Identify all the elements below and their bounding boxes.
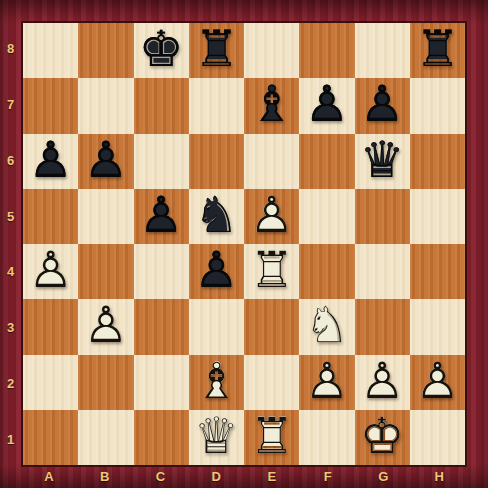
square-g3[interactable] — [355, 299, 410, 354]
square-g2[interactable]: ♟♙ — [355, 355, 410, 410]
rank-label-1: 1 — [0, 411, 21, 467]
square-f8[interactable] — [299, 23, 354, 78]
black-rook-outline: ♖ — [189, 23, 244, 78]
square-c8[interactable]: ♚♔ — [134, 23, 189, 78]
square-a2[interactable] — [23, 355, 78, 410]
black-pawn-outline: ♙ — [134, 189, 189, 244]
square-a7[interactable] — [23, 78, 78, 133]
square-f7[interactable]: ♟♙ — [299, 78, 354, 133]
square-d6[interactable] — [189, 134, 244, 189]
square-d2[interactable]: ♝♗ — [189, 355, 244, 410]
file-label-h: H — [411, 464, 467, 488]
square-d1[interactable]: ♛♕ — [189, 410, 244, 465]
file-label-b: B — [77, 464, 133, 488]
square-b4[interactable] — [78, 244, 133, 299]
file-label-f: F — [300, 464, 356, 488]
black-pawn-outline: ♙ — [299, 78, 354, 133]
white-pawn-outline: ♙ — [299, 355, 354, 410]
rank-label-6: 6 — [0, 133, 21, 189]
piece-white-queen[interactable]: ♛♕ — [189, 410, 244, 465]
piece-white-knight[interactable]: ♞♘ — [299, 299, 354, 354]
square-d8[interactable]: ♜♖ — [189, 23, 244, 78]
piece-white-rook[interactable]: ♜♖ — [244, 244, 299, 299]
square-c7[interactable] — [134, 78, 189, 133]
rank-label-5: 5 — [0, 188, 21, 244]
black-queen-outline: ♕ — [355, 134, 410, 189]
square-e5[interactable]: ♟♙ — [244, 189, 299, 244]
piece-black-pawn[interactable]: ♟♙ — [134, 189, 189, 244]
white-queen-outline: ♕ — [189, 410, 244, 465]
piece-black-pawn[interactable]: ♟♙ — [299, 78, 354, 133]
piece-black-knight[interactable]: ♞♘ — [189, 189, 244, 244]
piece-black-bishop[interactable]: ♝♗ — [244, 78, 299, 133]
square-g8[interactable] — [355, 23, 410, 78]
square-c4[interactable] — [134, 244, 189, 299]
square-h5[interactable] — [410, 189, 465, 244]
piece-white-pawn[interactable]: ♟♙ — [244, 189, 299, 244]
white-pawn-outline: ♙ — [355, 355, 410, 410]
board-frame: 87654321 ♚♔♜♖♜♖♝♗♟♙♟♙♟♙♟♙♛♕♟♙♞♘♟♙♟♙♟♙♜♖♟… — [0, 0, 488, 488]
square-e8[interactable] — [244, 23, 299, 78]
white-king-outline: ♔ — [355, 410, 410, 465]
square-d3[interactable] — [189, 299, 244, 354]
square-h2[interactable]: ♟♙ — [410, 355, 465, 410]
file-label-e: E — [244, 464, 300, 488]
white-pawn-outline: ♙ — [410, 355, 465, 410]
square-a3[interactable] — [23, 299, 78, 354]
rank-label-4: 4 — [0, 244, 21, 300]
black-pawn-outline: ♙ — [23, 134, 78, 189]
square-b8[interactable] — [78, 23, 133, 78]
square-c5[interactable]: ♟♙ — [134, 189, 189, 244]
piece-black-king[interactable]: ♚♔ — [134, 23, 189, 78]
square-g7[interactable]: ♟♙ — [355, 78, 410, 133]
square-f4[interactable] — [299, 244, 354, 299]
square-d7[interactable] — [189, 78, 244, 133]
piece-white-pawn[interactable]: ♟♙ — [299, 355, 354, 410]
piece-white-bishop[interactable]: ♝♗ — [189, 355, 244, 410]
square-e6[interactable] — [244, 134, 299, 189]
square-e1[interactable]: ♜♖ — [244, 410, 299, 465]
square-h6[interactable] — [410, 134, 465, 189]
square-e7[interactable]: ♝♗ — [244, 78, 299, 133]
square-g6[interactable]: ♛♕ — [355, 134, 410, 189]
piece-white-pawn[interactable]: ♟♙ — [410, 355, 465, 410]
black-bishop-outline: ♗ — [244, 78, 299, 133]
square-b5[interactable] — [78, 189, 133, 244]
square-g1[interactable]: ♚♔ — [355, 410, 410, 465]
white-pawn-outline: ♙ — [23, 244, 78, 299]
square-c6[interactable] — [134, 134, 189, 189]
chess-board: ♚♔♜♖♜♖♝♗♟♙♟♙♟♙♟♙♛♕♟♙♞♘♟♙♟♙♟♙♜♖♟♙♞♘♝♗♟♙♟♙… — [21, 21, 467, 467]
rank-labels: 87654321 — [0, 21, 21, 467]
square-g5[interactable] — [355, 189, 410, 244]
white-pawn-outline: ♙ — [78, 299, 133, 354]
square-a4[interactable]: ♟♙ — [23, 244, 78, 299]
square-b6[interactable]: ♟♙ — [78, 134, 133, 189]
white-rook-outline: ♖ — [244, 410, 299, 465]
piece-white-pawn[interactable]: ♟♙ — [78, 299, 133, 354]
black-pawn-outline: ♙ — [78, 134, 133, 189]
black-pawn-outline: ♙ — [355, 78, 410, 133]
file-label-a: A — [21, 464, 77, 488]
file-labels: ABCDEFGH — [21, 464, 467, 488]
white-knight-outline: ♘ — [299, 299, 354, 354]
piece-black-rook[interactable]: ♜♖ — [410, 23, 465, 78]
square-a1[interactable] — [23, 410, 78, 465]
rank-label-2: 2 — [0, 356, 21, 412]
square-f5[interactable] — [299, 189, 354, 244]
black-knight-outline: ♘ — [189, 189, 244, 244]
square-h3[interactable] — [410, 299, 465, 354]
piece-white-pawn[interactable]: ♟♙ — [355, 355, 410, 410]
square-f6[interactable] — [299, 134, 354, 189]
square-f1[interactable] — [299, 410, 354, 465]
rank-label-8: 8 — [0, 21, 21, 77]
file-label-c: C — [133, 464, 189, 488]
piece-black-pawn[interactable]: ♟♙ — [23, 134, 78, 189]
square-h4[interactable] — [410, 244, 465, 299]
square-e2[interactable] — [244, 355, 299, 410]
piece-black-pawn[interactable]: ♟♙ — [78, 134, 133, 189]
black-pawn-outline: ♙ — [189, 244, 244, 299]
square-b7[interactable] — [78, 78, 133, 133]
square-e4[interactable]: ♜♖ — [244, 244, 299, 299]
file-label-d: D — [188, 464, 244, 488]
square-h1[interactable] — [410, 410, 465, 465]
square-h7[interactable] — [410, 78, 465, 133]
black-king-outline: ♔ — [134, 23, 189, 78]
square-d4[interactable]: ♟♙ — [189, 244, 244, 299]
square-f2[interactable]: ♟♙ — [299, 355, 354, 410]
square-a5[interactable] — [23, 189, 78, 244]
rank-label-7: 7 — [0, 77, 21, 133]
rank-label-3: 3 — [0, 300, 21, 356]
white-rook-outline: ♖ — [244, 244, 299, 299]
square-h8[interactable]: ♜♖ — [410, 23, 465, 78]
black-rook-outline: ♖ — [410, 23, 465, 78]
square-b1[interactable] — [78, 410, 133, 465]
square-a6[interactable]: ♟♙ — [23, 134, 78, 189]
square-b2[interactable] — [78, 355, 133, 410]
square-d5[interactable]: ♞♘ — [189, 189, 244, 244]
square-a8[interactable] — [23, 23, 78, 78]
piece-black-rook[interactable]: ♜♖ — [189, 23, 244, 78]
file-label-g: G — [356, 464, 412, 488]
square-c1[interactable] — [134, 410, 189, 465]
piece-white-pawn[interactable]: ♟♙ — [23, 244, 78, 299]
square-c2[interactable] — [134, 355, 189, 410]
piece-black-pawn[interactable]: ♟♙ — [355, 78, 410, 133]
square-g4[interactable] — [355, 244, 410, 299]
piece-white-rook[interactable]: ♜♖ — [244, 410, 299, 465]
piece-black-pawn[interactable]: ♟♙ — [189, 244, 244, 299]
piece-white-king[interactable]: ♚♔ — [355, 410, 410, 465]
piece-black-queen[interactable]: ♛♕ — [355, 134, 410, 189]
square-c3[interactable] — [134, 299, 189, 354]
white-bishop-outline: ♗ — [189, 355, 244, 410]
square-b3[interactable]: ♟♙ — [78, 299, 133, 354]
square-e3[interactable] — [244, 299, 299, 354]
square-f3[interactable]: ♞♘ — [299, 299, 354, 354]
white-pawn-outline: ♙ — [244, 189, 299, 244]
